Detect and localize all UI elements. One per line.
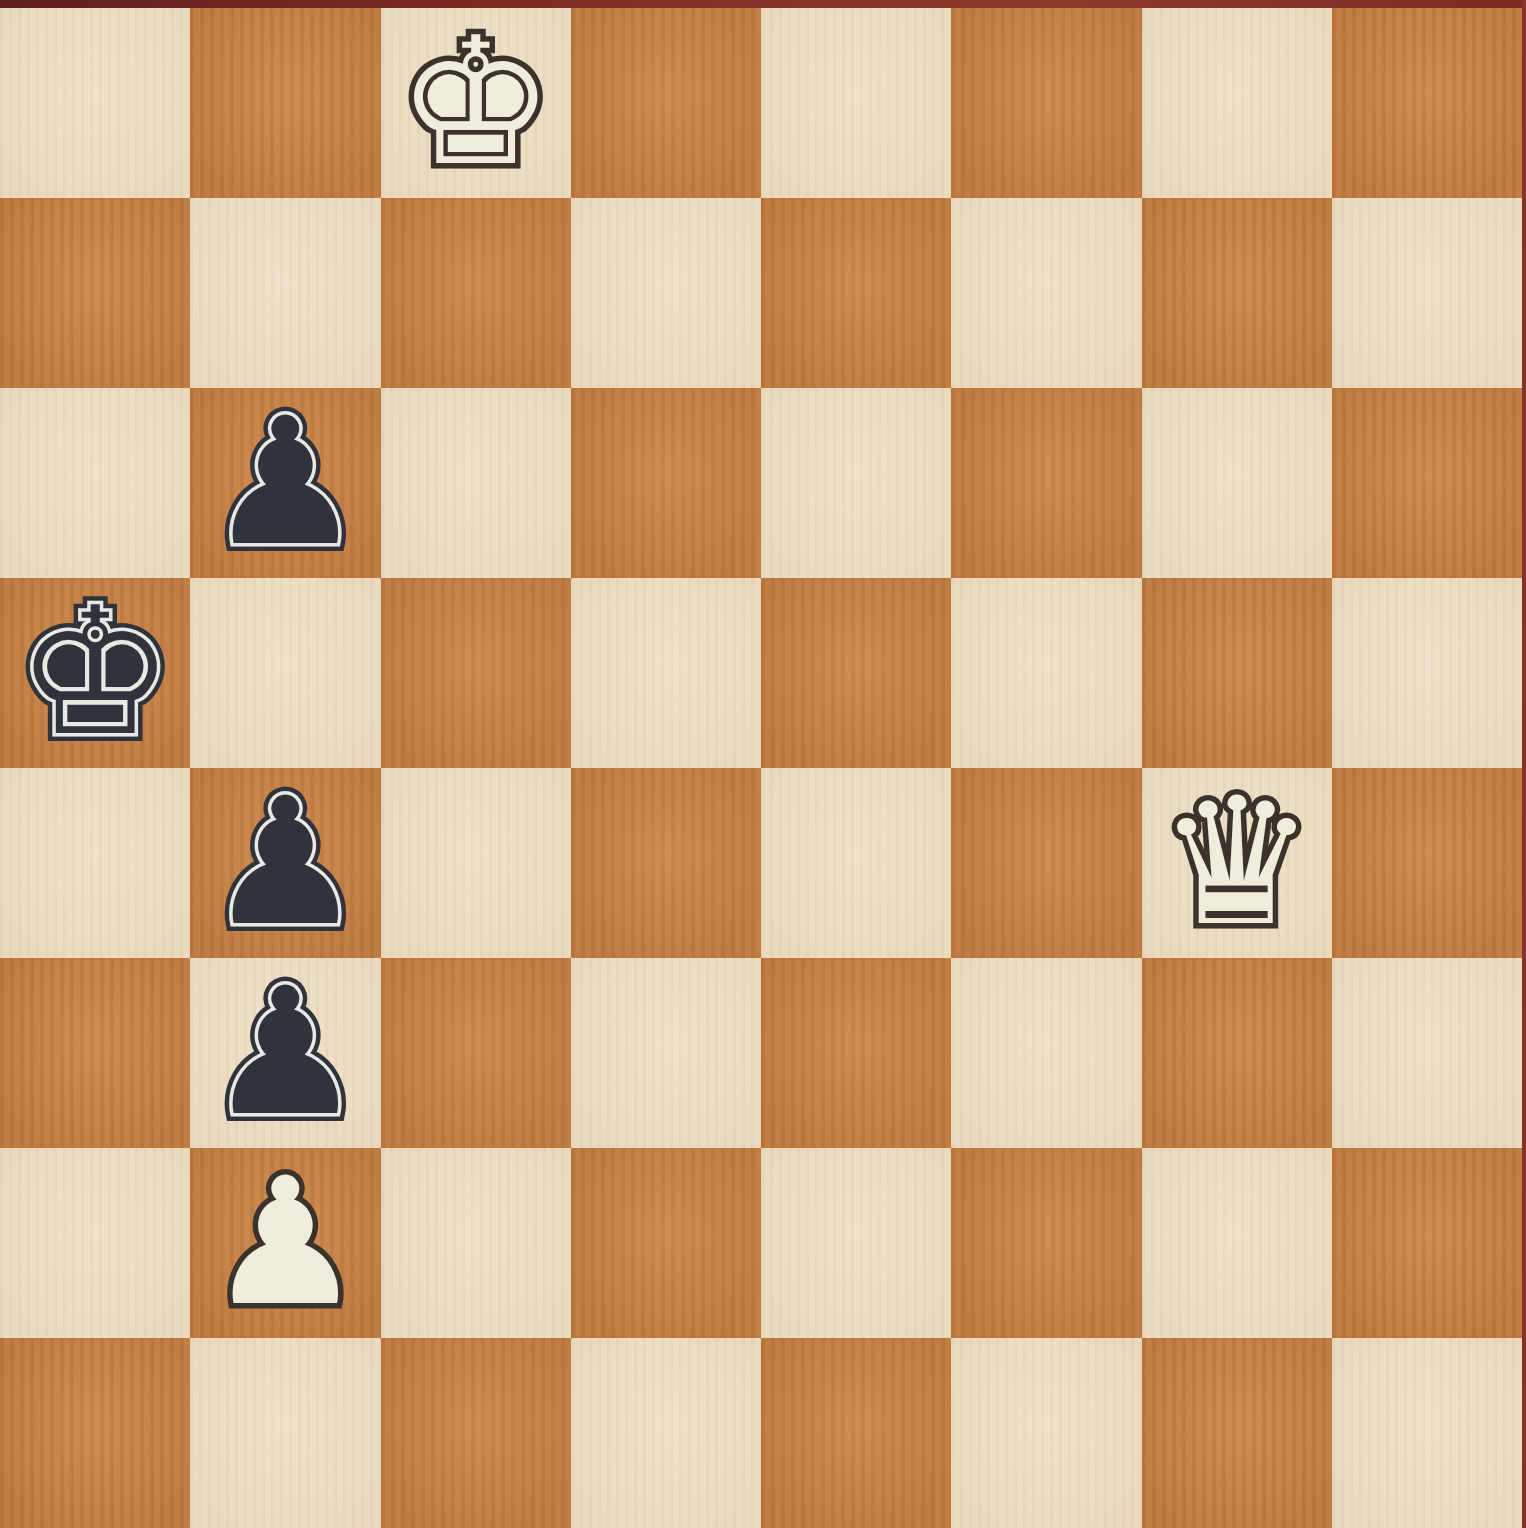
white-queen[interactable]: ♛♛ [1142, 768, 1332, 958]
square-h4[interactable] [1332, 768, 1522, 958]
black-pawn-glyph: ♟ [190, 958, 380, 1148]
square-d1[interactable] [571, 1338, 761, 1528]
square-b8[interactable] [190, 8, 380, 198]
square-f3[interactable] [951, 958, 1141, 1148]
square-g1[interactable] [1142, 1338, 1332, 1528]
square-d6[interactable] [571, 388, 761, 578]
black-pawn-glyph: ♟ [190, 768, 380, 958]
square-a3[interactable] [0, 958, 190, 1148]
square-c3[interactable] [381, 958, 571, 1148]
square-b2[interactable]: ♟♟ [190, 1148, 380, 1338]
square-g8[interactable] [1142, 8, 1332, 198]
square-f5[interactable] [951, 578, 1141, 768]
square-b7[interactable] [190, 198, 380, 388]
square-e3[interactable] [761, 958, 951, 1148]
square-c1[interactable] [381, 1338, 571, 1528]
black-pawn-glyph: ♟ [190, 388, 380, 578]
square-g4[interactable]: ♛♛ [1142, 768, 1332, 958]
square-g5[interactable] [1142, 578, 1332, 768]
chessboard: ♚♚♟♟♟♚♚♚♟♟♟♛♛♟♟♟♟♟ [0, 0, 1526, 1528]
square-e8[interactable] [761, 8, 951, 198]
square-c5[interactable] [381, 578, 571, 768]
square-h5[interactable] [1332, 578, 1522, 768]
black-pawn-glyph: ♟ [190, 958, 380, 1148]
square-e4[interactable] [761, 768, 951, 958]
square-h7[interactable] [1332, 198, 1522, 388]
white-king-glyph: ♚ [381, 8, 571, 198]
square-c2[interactable] [381, 1148, 571, 1338]
square-h2[interactable] [1332, 1148, 1522, 1338]
black-king-glyph: ♚ [0, 578, 190, 768]
square-b6[interactable]: ♟♟♟ [190, 388, 380, 578]
white-queen-glyph: ♛ [1142, 768, 1332, 958]
square-e1[interactable] [761, 1338, 951, 1528]
board-frame-top [0, 0, 1526, 8]
square-b4[interactable]: ♟♟♟ [190, 768, 380, 958]
square-b3[interactable]: ♟♟♟ [190, 958, 380, 1148]
black-pawn-glyph: ♟ [190, 958, 380, 1148]
square-h3[interactable] [1332, 958, 1522, 1148]
black-pawn[interactable]: ♟♟♟ [190, 388, 380, 578]
square-e5[interactable] [761, 578, 951, 768]
square-a5[interactable]: ♚♚♚ [0, 578, 190, 768]
black-king-glyph: ♚ [0, 578, 190, 768]
square-f4[interactable] [951, 768, 1141, 958]
square-a8[interactable] [0, 8, 190, 198]
square-b1[interactable] [190, 1338, 380, 1528]
black-king-glyph: ♚ [0, 578, 190, 768]
square-g6[interactable] [1142, 388, 1332, 578]
black-pawn-glyph: ♟ [190, 388, 380, 578]
square-f7[interactable] [951, 198, 1141, 388]
white-pawn[interactable]: ♟♟ [190, 1148, 380, 1338]
black-king[interactable]: ♚♚♚ [0, 578, 190, 768]
square-d3[interactable] [571, 958, 761, 1148]
square-a7[interactable] [0, 198, 190, 388]
black-pawn[interactable]: ♟♟♟ [190, 768, 380, 958]
square-a6[interactable] [0, 388, 190, 578]
square-d8[interactable] [571, 8, 761, 198]
square-g7[interactable] [1142, 198, 1332, 388]
square-c7[interactable] [381, 198, 571, 388]
black-pawn-glyph: ♟ [190, 768, 380, 958]
square-f2[interactable] [951, 1148, 1141, 1338]
square-f8[interactable] [951, 8, 1141, 198]
white-queen-glyph: ♛ [1142, 768, 1332, 958]
square-g2[interactable] [1142, 1148, 1332, 1338]
square-h8[interactable] [1332, 8, 1522, 198]
square-c8[interactable]: ♚♚ [381, 8, 571, 198]
white-pawn-glyph: ♟ [190, 1148, 380, 1338]
square-h6[interactable] [1332, 388, 1522, 578]
square-a2[interactable] [0, 1148, 190, 1338]
square-f1[interactable] [951, 1338, 1141, 1528]
square-h1[interactable] [1332, 1338, 1522, 1528]
board-frame-right [1522, 0, 1526, 1528]
square-d2[interactable] [571, 1148, 761, 1338]
square-d4[interactable] [571, 768, 761, 958]
black-pawn-glyph: ♟ [190, 388, 380, 578]
square-c6[interactable] [381, 388, 571, 578]
square-g3[interactable] [1142, 958, 1332, 1148]
square-d5[interactable] [571, 578, 761, 768]
white-king-glyph: ♚ [381, 8, 571, 198]
board-grid: ♚♚♟♟♟♚♚♚♟♟♟♛♛♟♟♟♟♟ [0, 8, 1522, 1528]
square-a4[interactable] [0, 768, 190, 958]
white-pawn-glyph: ♟ [190, 1148, 380, 1338]
square-e7[interactable] [761, 198, 951, 388]
square-c4[interactable] [381, 768, 571, 958]
black-pawn-glyph: ♟ [190, 768, 380, 958]
square-a1[interactable] [0, 1338, 190, 1528]
black-pawn[interactable]: ♟♟♟ [190, 958, 380, 1148]
square-b5[interactable] [190, 578, 380, 768]
white-king[interactable]: ♚♚ [381, 8, 571, 198]
square-f6[interactable] [951, 388, 1141, 578]
square-e6[interactable] [761, 388, 951, 578]
square-d7[interactable] [571, 198, 761, 388]
square-e2[interactable] [761, 1148, 951, 1338]
